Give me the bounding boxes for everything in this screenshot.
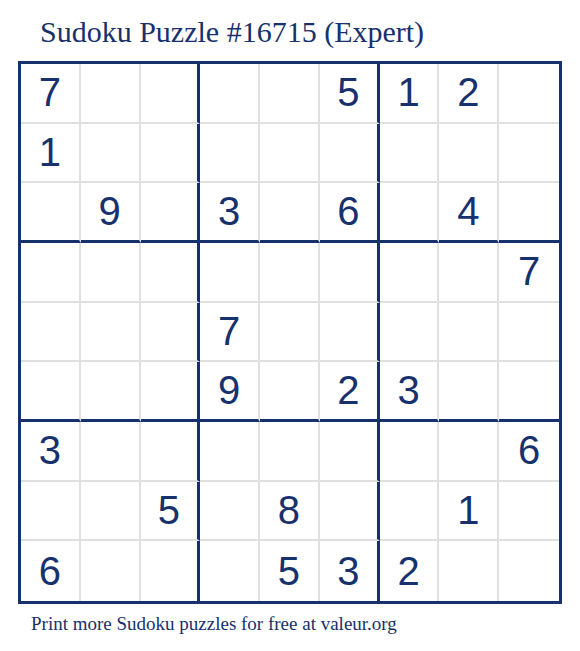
- cell-r7c6: [320, 422, 380, 482]
- cell-r8c6: [320, 482, 380, 542]
- cell-r1c7: 1: [380, 64, 440, 124]
- cell-r5c3: [141, 303, 201, 363]
- cell-r1c1: 7: [21, 64, 81, 124]
- sudoku-grid: 75121936477923365816532: [18, 61, 562, 604]
- cell-r4c4: [200, 243, 260, 303]
- cell-r6c8: [439, 362, 499, 422]
- cell-r7c9: 6: [499, 422, 559, 482]
- cell-r5c7: [380, 303, 440, 363]
- cell-r2c8: [439, 124, 499, 184]
- cell-r8c1: [21, 482, 81, 542]
- cell-r9c6: 3: [320, 541, 380, 601]
- cell-r1c8: 2: [439, 64, 499, 124]
- cell-r7c7: [380, 422, 440, 482]
- cell-r7c8: [439, 422, 499, 482]
- cell-r8c9: [499, 482, 559, 542]
- cell-r6c9: [499, 362, 559, 422]
- cell-r8c5: 8: [260, 482, 320, 542]
- cell-r2c4: [200, 124, 260, 184]
- cell-r1c6: 5: [320, 64, 380, 124]
- cell-r2c9: [499, 124, 559, 184]
- cell-r3c7: [380, 183, 440, 243]
- cell-r1c4: [200, 64, 260, 124]
- sudoku-page: Sudoku Puzzle #16715 (Expert) 7512193647…: [0, 0, 580, 651]
- cell-r9c3: [141, 541, 201, 601]
- cell-r3c1: [21, 183, 81, 243]
- cell-r9c1: 6: [21, 541, 81, 601]
- cell-r2c2: [81, 124, 141, 184]
- cell-r2c5: [260, 124, 320, 184]
- cell-r4c7: [380, 243, 440, 303]
- cell-r4c8: [439, 243, 499, 303]
- cell-r6c3: [141, 362, 201, 422]
- cell-r5c9: [499, 303, 559, 363]
- cell-r4c3: [141, 243, 201, 303]
- cell-r5c8: [439, 303, 499, 363]
- cell-r7c2: [81, 422, 141, 482]
- cell-r6c5: [260, 362, 320, 422]
- cell-r8c2: [81, 482, 141, 542]
- cell-r2c3: [141, 124, 201, 184]
- cell-r9c7: 2: [380, 541, 440, 601]
- cell-r8c4: [200, 482, 260, 542]
- cell-r1c5: [260, 64, 320, 124]
- cell-r4c6: [320, 243, 380, 303]
- cell-r2c6: [320, 124, 380, 184]
- cell-r3c5: [260, 183, 320, 243]
- cell-r7c5: [260, 422, 320, 482]
- cell-r8c8: 1: [439, 482, 499, 542]
- cell-r9c5: 5: [260, 541, 320, 601]
- cell-r7c1: 3: [21, 422, 81, 482]
- cell-r4c1: [21, 243, 81, 303]
- cell-r6c7: 3: [380, 362, 440, 422]
- cell-r5c6: [320, 303, 380, 363]
- cell-r3c8: 4: [439, 183, 499, 243]
- cell-r4c2: [81, 243, 141, 303]
- cell-r5c4: 7: [200, 303, 260, 363]
- cell-r5c1: [21, 303, 81, 363]
- cell-r5c5: [260, 303, 320, 363]
- cell-r3c3: [141, 183, 201, 243]
- cell-r9c9: [499, 541, 559, 601]
- cell-r6c2: [81, 362, 141, 422]
- cell-r4c5: [260, 243, 320, 303]
- cell-r7c3: [141, 422, 201, 482]
- cell-r6c4: 9: [200, 362, 260, 422]
- cell-r9c4: [200, 541, 260, 601]
- cell-r1c3: [141, 64, 201, 124]
- cell-r8c7: [380, 482, 440, 542]
- cell-r8c3: 5: [141, 482, 201, 542]
- page-title: Sudoku Puzzle #16715 (Expert): [40, 15, 424, 48]
- cell-r5c2: [81, 303, 141, 363]
- cell-r3c4: 3: [200, 183, 260, 243]
- cell-r1c2: [81, 64, 141, 124]
- footer-text: Print more Sudoku puzzles for free at va…: [31, 613, 397, 635]
- cell-r3c2: 9: [81, 183, 141, 243]
- cell-r3c9: [499, 183, 559, 243]
- cell-r1c9: [499, 64, 559, 124]
- cell-r7c4: [200, 422, 260, 482]
- cell-r9c8: [439, 541, 499, 601]
- cell-r2c7: [380, 124, 440, 184]
- cell-r2c1: 1: [21, 124, 81, 184]
- cell-r3c6: 6: [320, 183, 380, 243]
- cell-r6c1: [21, 362, 81, 422]
- cell-r4c9: 7: [499, 243, 559, 303]
- cell-r9c2: [81, 541, 141, 601]
- cell-r6c6: 2: [320, 362, 380, 422]
